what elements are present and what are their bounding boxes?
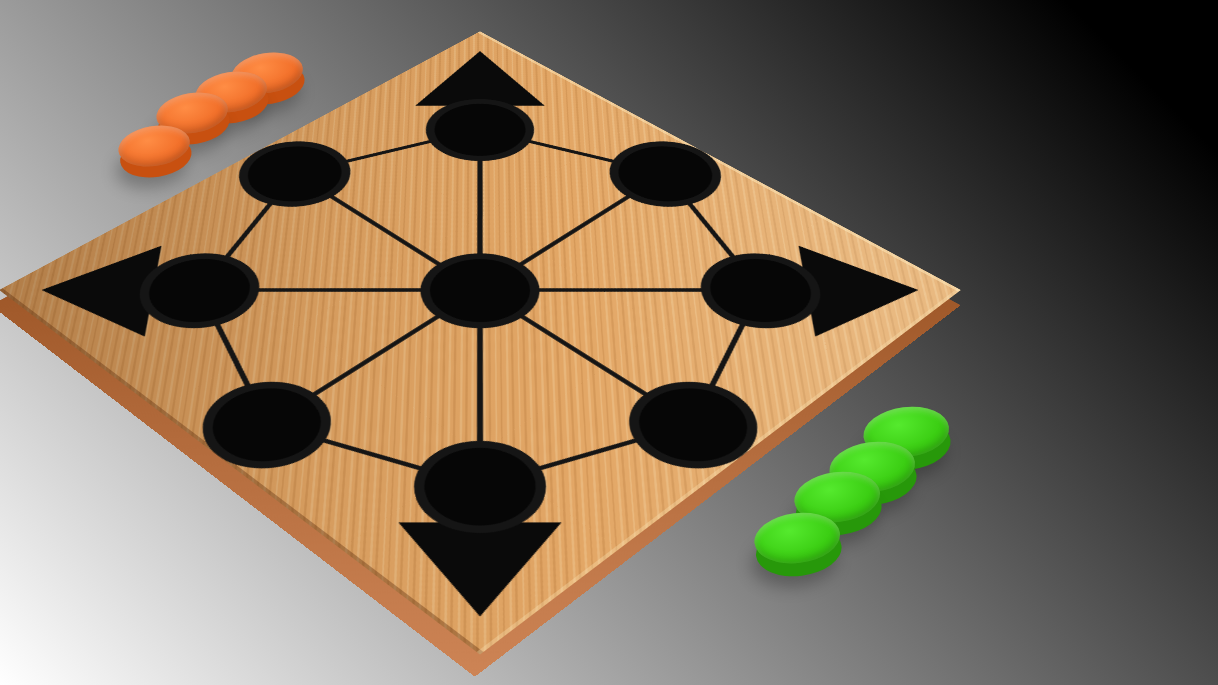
- pieces-layer: [0, 0, 1218, 685]
- orange-piece-4[interactable]: [115, 121, 194, 183]
- scene-background: [0, 0, 1218, 685]
- green-piece-4[interactable]: [751, 508, 844, 581]
